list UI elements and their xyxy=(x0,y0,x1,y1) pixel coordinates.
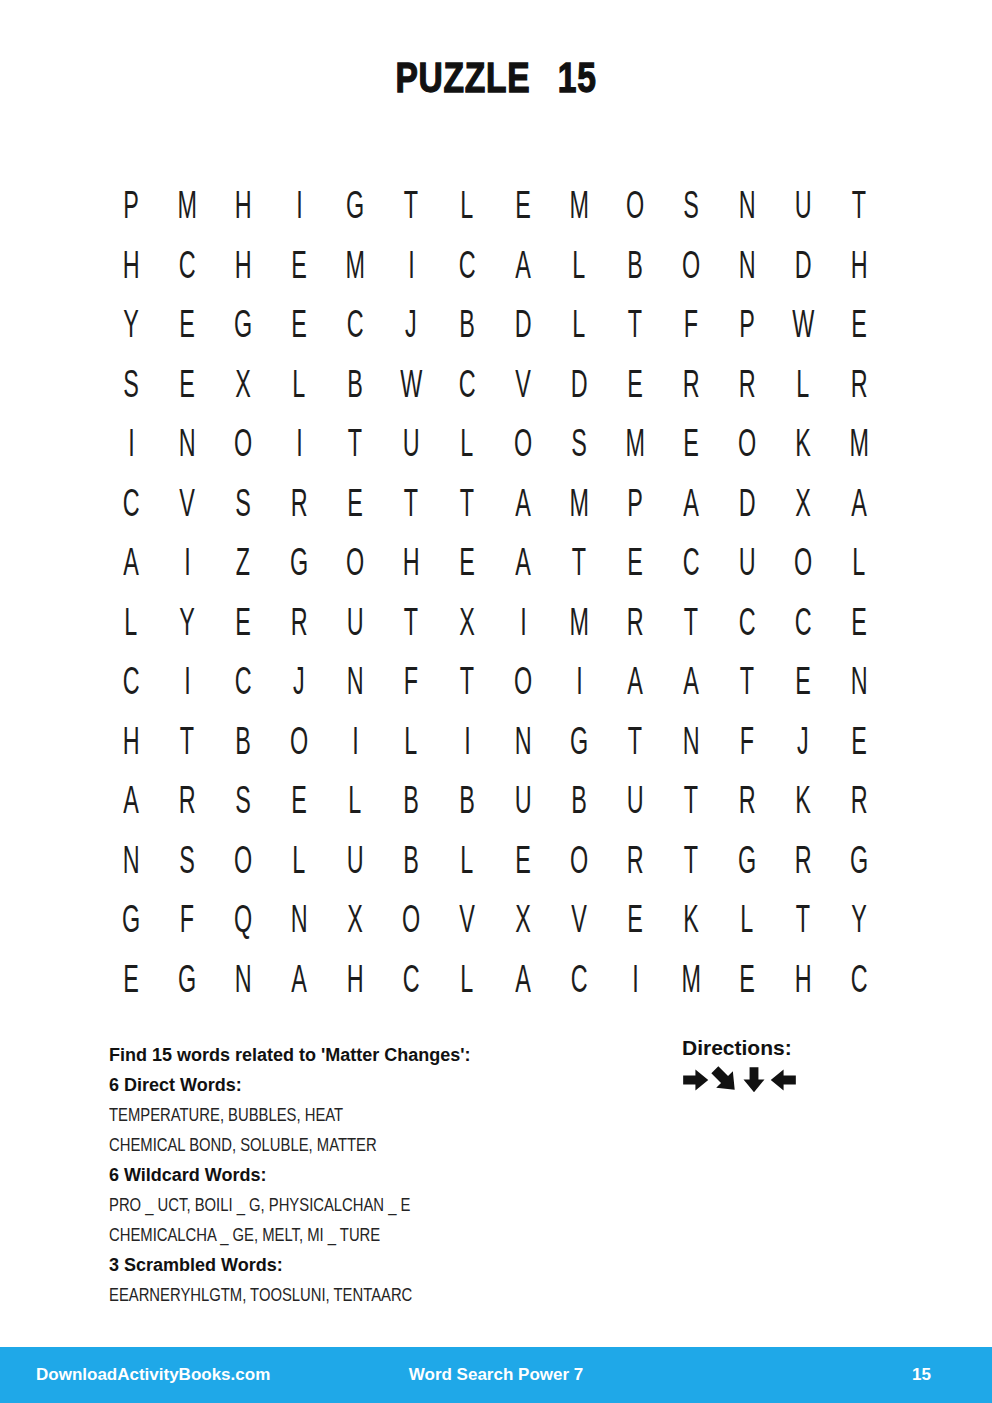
down-arrow-icon xyxy=(740,1066,768,1094)
grid-cell: E xyxy=(159,294,215,354)
grid-cell: T xyxy=(383,175,439,235)
grid-cell: U xyxy=(607,770,663,830)
grid-cell: L xyxy=(551,294,607,354)
grid-cell: Z xyxy=(215,532,271,592)
grid-cell: N xyxy=(271,889,327,949)
direct-words-line: TEMPERATURE, BUBBLES, HEAT xyxy=(109,1100,669,1130)
grid-cell: R xyxy=(607,830,663,890)
grid-cell: I xyxy=(551,651,607,711)
grid-cell: I xyxy=(159,651,215,711)
grid-cell: E xyxy=(495,175,551,235)
grid-cell: X xyxy=(775,473,831,533)
grid-cell: B xyxy=(327,354,383,414)
wildcard-words-label: 6 Wildcard Words: xyxy=(109,1160,669,1190)
grid-cell: T xyxy=(719,651,775,711)
grid-cell: G xyxy=(103,889,159,949)
grid-cell: X xyxy=(495,889,551,949)
grid-cell: T xyxy=(439,651,495,711)
grid-cell: Q xyxy=(215,889,271,949)
direct-words-line: CHEMICAL BOND, SOLUBLE, MATTER xyxy=(109,1130,669,1160)
grid-cell: N xyxy=(215,949,271,1009)
grid-cell: E xyxy=(271,770,327,830)
grid-cell: R xyxy=(271,473,327,533)
clue-block: Find 15 words related to 'Matter Changes… xyxy=(109,1040,669,1310)
grid-cell: E xyxy=(215,592,271,652)
grid-cell: L xyxy=(439,175,495,235)
grid-cell: D xyxy=(775,235,831,295)
grid-cell: H xyxy=(383,532,439,592)
grid-cell: L xyxy=(439,413,495,473)
grid-cell: D xyxy=(719,473,775,533)
directions-arrows xyxy=(682,1065,797,1095)
grid-cell: H xyxy=(103,235,159,295)
grid-cell: L xyxy=(551,235,607,295)
grid-cell: O xyxy=(327,532,383,592)
grid-cell: N xyxy=(663,711,719,771)
grid-cell: L xyxy=(831,532,887,592)
grid-cell: K xyxy=(663,889,719,949)
grid-cell: F xyxy=(719,711,775,771)
grid-cell: H xyxy=(103,711,159,771)
grid-cell: C xyxy=(663,532,719,592)
grid-cell: F xyxy=(663,294,719,354)
grid-cell: H xyxy=(327,949,383,1009)
grid-cell: B xyxy=(439,294,495,354)
grid-cell: A xyxy=(831,473,887,533)
grid-cell: A xyxy=(495,235,551,295)
grid-cell: C xyxy=(439,354,495,414)
grid-cell: E xyxy=(775,651,831,711)
grid-cell: B xyxy=(215,711,271,771)
grid-cell: R xyxy=(271,592,327,652)
grid-cell: N xyxy=(159,413,215,473)
grid-cell: M xyxy=(607,413,663,473)
grid-cell: E xyxy=(831,711,887,771)
grid-cell: E xyxy=(831,592,887,652)
grid-cell: T xyxy=(663,830,719,890)
grid-cell: M xyxy=(831,413,887,473)
direct-words-label: 6 Direct Words: xyxy=(109,1070,669,1100)
grid-cell: G xyxy=(327,175,383,235)
grid-cell: G xyxy=(159,949,215,1009)
grid-cell: K xyxy=(775,770,831,830)
grid-cell: J xyxy=(383,294,439,354)
grid-cell: E xyxy=(607,354,663,414)
grid-cell: E xyxy=(719,949,775,1009)
grid-cell: S xyxy=(215,473,271,533)
grid-cell: M xyxy=(551,592,607,652)
grid-cell: O xyxy=(775,532,831,592)
grid-cell: L xyxy=(271,830,327,890)
grid-cell: A xyxy=(663,651,719,711)
grid-cell: A xyxy=(495,473,551,533)
grid-cell: I xyxy=(607,949,663,1009)
grid-cell: S xyxy=(103,354,159,414)
grid-cell: W xyxy=(383,354,439,414)
grid-cell: T xyxy=(663,592,719,652)
grid-cell: C xyxy=(103,473,159,533)
grid-cell: B xyxy=(439,770,495,830)
grid-cell: G xyxy=(719,830,775,890)
grid-cell: G xyxy=(551,711,607,771)
grid-cell: N xyxy=(327,651,383,711)
grid-cell: I xyxy=(439,711,495,771)
grid-cell: G xyxy=(831,830,887,890)
grid-cell: X xyxy=(439,592,495,652)
grid-cell: C xyxy=(775,592,831,652)
grid-cell: M xyxy=(663,949,719,1009)
grid-cell: G xyxy=(215,294,271,354)
grid-cell: O xyxy=(271,711,327,771)
grid-cell: A xyxy=(271,949,327,1009)
grid-cell: T xyxy=(831,175,887,235)
word-search-grid: PMHIGTLEMOSNUTHCHEMICALBONDHYEGECJBDLTFP… xyxy=(103,175,887,1008)
grid-cell: Y xyxy=(159,592,215,652)
grid-cell: T xyxy=(383,473,439,533)
grid-cell: T xyxy=(383,592,439,652)
grid-cell: X xyxy=(327,889,383,949)
grid-cell: X xyxy=(215,354,271,414)
grid-cell: Y xyxy=(103,294,159,354)
grid-cell: L xyxy=(775,354,831,414)
grid-cell: E xyxy=(831,294,887,354)
grid-cell: P xyxy=(607,473,663,533)
grid-cell: U xyxy=(383,413,439,473)
grid-cell: O xyxy=(607,175,663,235)
grid-cell: L xyxy=(103,592,159,652)
grid-cell: V xyxy=(551,889,607,949)
grid-cell: U xyxy=(327,830,383,890)
scrambled-words-label: 3 Scrambled Words: xyxy=(109,1250,669,1280)
grid-cell: C xyxy=(215,651,271,711)
grid-cell: M xyxy=(327,235,383,295)
grid-cell: I xyxy=(383,235,439,295)
grid-cell: L xyxy=(327,770,383,830)
grid-cell: V xyxy=(159,473,215,533)
grid-cell: D xyxy=(495,294,551,354)
grid-cell: N xyxy=(831,651,887,711)
grid-cell: A xyxy=(103,770,159,830)
grid-cell: Y xyxy=(831,889,887,949)
grid-cell: I xyxy=(327,711,383,771)
grid-cell: B xyxy=(383,830,439,890)
grid-cell: H xyxy=(831,235,887,295)
grid-cell: H xyxy=(215,175,271,235)
grid-cell: R xyxy=(831,354,887,414)
grid-cell: M xyxy=(159,175,215,235)
grid-cell: N xyxy=(103,830,159,890)
grid-cell: T xyxy=(439,473,495,533)
grid-cell: U xyxy=(327,592,383,652)
grid-cell: O xyxy=(495,651,551,711)
grid-cell: H xyxy=(775,949,831,1009)
wildcard-words-line: PRO _ UCT, BOILI _ G, PHYSICALCHAN _ E xyxy=(109,1190,669,1220)
grid-cell: T xyxy=(607,711,663,771)
grid-cell: R xyxy=(775,830,831,890)
grid-cell: T xyxy=(663,770,719,830)
scrambled-words-line: EEARNERYHLGTM, TOOSLUNI, TENTAARC xyxy=(109,1280,669,1310)
footer-website: DownloadActivityBooks.com xyxy=(36,1365,270,1385)
grid-cell: I xyxy=(495,592,551,652)
grid-cell: W xyxy=(775,294,831,354)
grid-cell: D xyxy=(551,354,607,414)
grid-cell: R xyxy=(159,770,215,830)
grid-cell: C xyxy=(383,949,439,1009)
grid-cell: O xyxy=(215,830,271,890)
grid-cell: L xyxy=(439,949,495,1009)
page-title: PUZZLE 15 xyxy=(0,56,992,99)
grid-cell: B xyxy=(607,235,663,295)
left-arrow-icon xyxy=(769,1066,797,1094)
grid-cell: J xyxy=(271,651,327,711)
grid-cell: C xyxy=(551,949,607,1009)
grid-cell: C xyxy=(439,235,495,295)
grid-cell: V xyxy=(495,354,551,414)
grid-cell: M xyxy=(551,175,607,235)
grid-cell: C xyxy=(327,294,383,354)
grid-cell: E xyxy=(271,235,327,295)
grid-cell: E xyxy=(271,294,327,354)
grid-cell: A xyxy=(103,532,159,592)
grid-cell: F xyxy=(383,651,439,711)
grid-cell: R xyxy=(831,770,887,830)
grid-cell: E xyxy=(103,949,159,1009)
grid-cell: S xyxy=(215,770,271,830)
grid-cell: V xyxy=(439,889,495,949)
grid-cell: A xyxy=(663,473,719,533)
grid-cell: T xyxy=(775,889,831,949)
grid-cell: E xyxy=(327,473,383,533)
grid-cell: I xyxy=(159,532,215,592)
grid-cell: A xyxy=(607,651,663,711)
grid-cell: U xyxy=(719,532,775,592)
grid-cell: U xyxy=(495,770,551,830)
grid-cell: E xyxy=(159,354,215,414)
puzzle-page: PUZZLE 15 PMHIGTLEMOSNUTHCHEMICALBONDHYE… xyxy=(0,0,992,1403)
footer-book-title: Word Search Power 7 xyxy=(409,1365,583,1385)
grid-cell: T xyxy=(607,294,663,354)
grid-cell: C xyxy=(159,235,215,295)
grid-cell: O xyxy=(551,830,607,890)
grid-cell: P xyxy=(719,294,775,354)
grid-cell: R xyxy=(663,354,719,414)
grid-cell: I xyxy=(103,413,159,473)
grid-cell: T xyxy=(159,711,215,771)
grid-cell: H xyxy=(215,235,271,295)
grid-cell: O xyxy=(383,889,439,949)
footer-page-number: 15 xyxy=(912,1365,931,1385)
grid-cell: C xyxy=(719,592,775,652)
grid-cell: S xyxy=(663,175,719,235)
grid-cell: O xyxy=(663,235,719,295)
grid-cell: N xyxy=(719,235,775,295)
grid-cell: E xyxy=(663,413,719,473)
grid-cell: B xyxy=(551,770,607,830)
grid-cell: S xyxy=(551,413,607,473)
grid-cell: L xyxy=(271,354,327,414)
grid-cell: O xyxy=(495,413,551,473)
footer-bar: DownloadActivityBooks.com Word Search Po… xyxy=(0,1347,992,1403)
grid-cell: F xyxy=(159,889,215,949)
grid-cell: E xyxy=(607,532,663,592)
grid-cell: C xyxy=(103,651,159,711)
directions-legend: Directions: xyxy=(682,1036,797,1095)
wildcard-words-line: CHEMICALCHA _ GE, MELT, MI _ TURE xyxy=(109,1220,669,1250)
grid-cell: S xyxy=(159,830,215,890)
grid-cell: G xyxy=(271,532,327,592)
grid-cell: O xyxy=(719,413,775,473)
grid-cell: J xyxy=(775,711,831,771)
clue-heading: Find 15 words related to 'Matter Changes… xyxy=(109,1040,669,1070)
grid-cell: E xyxy=(607,889,663,949)
grid-cell: T xyxy=(551,532,607,592)
grid-cell: M xyxy=(551,473,607,533)
grid-cell: L xyxy=(439,830,495,890)
grid-cell: R xyxy=(607,592,663,652)
grid-cell: L xyxy=(719,889,775,949)
grid-cell: I xyxy=(271,175,327,235)
grid-cell: N xyxy=(495,711,551,771)
grid-cell: E xyxy=(439,532,495,592)
grid-cell: U xyxy=(775,175,831,235)
grid-cell: R xyxy=(719,770,775,830)
grid-cell: E xyxy=(495,830,551,890)
grid-cell: P xyxy=(103,175,159,235)
grid-cell: R xyxy=(719,354,775,414)
grid-cell: B xyxy=(383,770,439,830)
grid-cell: A xyxy=(495,532,551,592)
grid-cell: C xyxy=(831,949,887,1009)
grid-cell: L xyxy=(383,711,439,771)
grid-cell: T xyxy=(327,413,383,473)
grid-cell: N xyxy=(719,175,775,235)
page-title-text: PUZZLE 15 xyxy=(395,56,596,99)
grid-cell: O xyxy=(215,413,271,473)
grid-cell: I xyxy=(271,413,327,473)
directions-label: Directions: xyxy=(682,1036,797,1060)
grid-cell: A xyxy=(495,949,551,1009)
grid-cell: K xyxy=(775,413,831,473)
